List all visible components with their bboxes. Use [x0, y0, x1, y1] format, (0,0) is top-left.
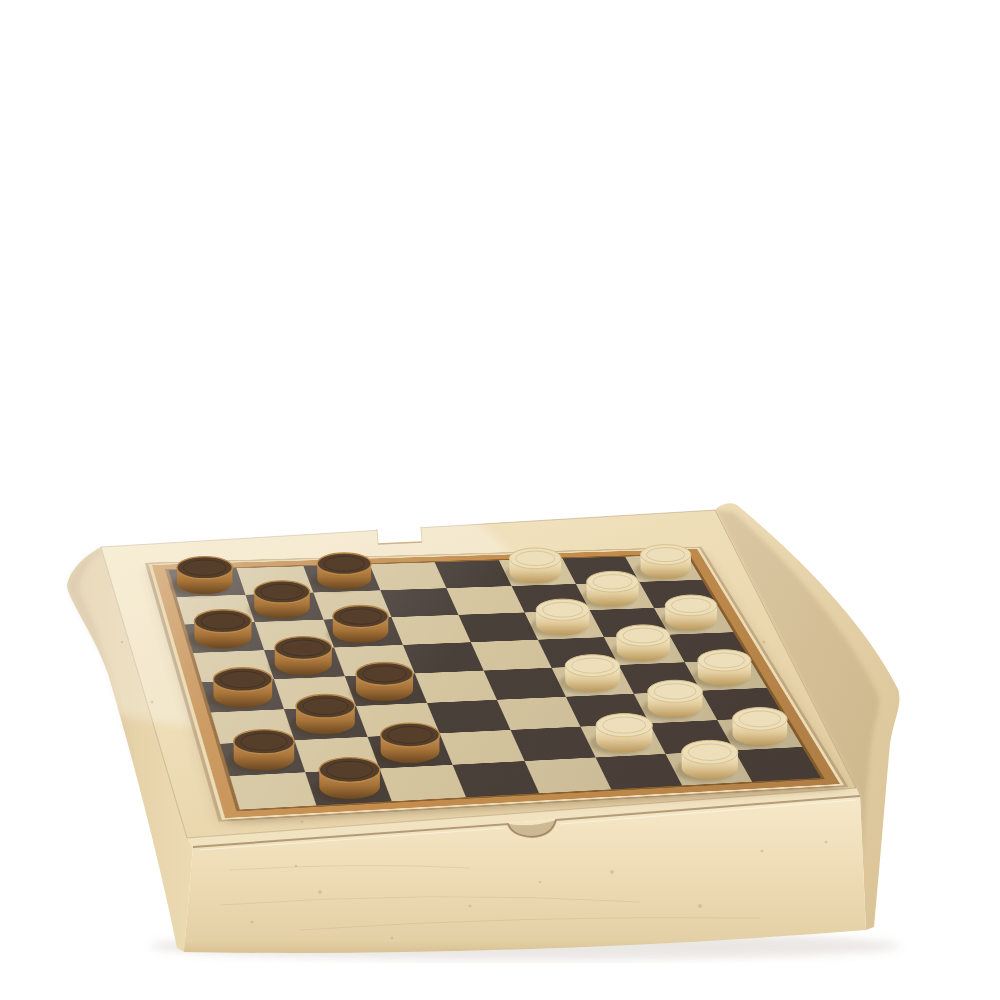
square-c8r3 — [654, 606, 733, 635]
square-c8r2 — [639, 580, 717, 608]
square-c1r3 — [185, 622, 264, 653]
square-c2r1 — [237, 566, 314, 594]
square-c1r5 — [202, 679, 284, 712]
square-c4r3 — [391, 615, 470, 645]
square-c1r6 — [211, 709, 295, 744]
checkers-board — [169, 555, 821, 810]
square-c2r8 — [305, 768, 392, 805]
square-c3r2 — [313, 590, 391, 619]
square-c1r1 — [169, 568, 246, 597]
square-c2r3 — [255, 620, 334, 651]
square-c2r5 — [274, 676, 356, 709]
square-c3r1 — [303, 564, 380, 592]
square-c1r8 — [230, 772, 317, 809]
square-c5r1 — [435, 560, 512, 588]
square-c4r4 — [403, 642, 484, 673]
wooden-game-box — [0, 0, 1000, 1000]
square-c4r1 — [370, 562, 447, 590]
scene — [0, 0, 1000, 1000]
square-c8r4 — [669, 632, 750, 662]
square-c2r2 — [245, 593, 323, 623]
square-c8r1 — [625, 555, 702, 582]
square-c3r6 — [356, 703, 440, 737]
square-c3r8 — [379, 765, 466, 802]
square-c3r3 — [324, 617, 403, 647]
square-c2r6 — [284, 706, 368, 740]
square-c3r7 — [368, 733, 453, 768]
square-c4r2 — [380, 588, 458, 617]
square-c4r7 — [440, 730, 525, 765]
square-c4r6 — [427, 700, 511, 734]
square-c3r5 — [345, 673, 427, 706]
square-c2r7 — [294, 737, 379, 773]
square-c4r5 — [415, 671, 497, 703]
lid-far-notch — [377, 527, 422, 545]
square-c1r2 — [177, 595, 255, 625]
square-c3r4 — [334, 645, 415, 676]
square-c2r4 — [264, 648, 345, 680]
square-c1r7 — [220, 740, 305, 776]
square-c1r4 — [193, 650, 274, 682]
